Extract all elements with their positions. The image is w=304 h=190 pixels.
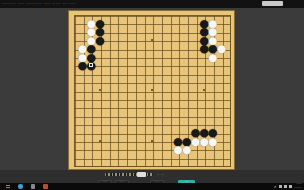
- titlebar-widget[interactable]: [262, 1, 283, 6]
- last-move-marker: [89, 63, 93, 67]
- hoshi-point: [148, 137, 157, 145]
- game-navigation-strip: ·· ··· ···· ···· ···· ···: [0, 170, 304, 183]
- hoshi-point: [95, 86, 104, 94]
- window-title: ········ ···· ········· ···· ····· ··· ·…: [2, 1, 76, 6]
- tray-clock[interactable]: ····· ·······: [294, 183, 302, 189]
- white-stone[interactable]: ●: [182, 145, 191, 153]
- tray-clock-date: ·······: [294, 187, 302, 190]
- black-stone[interactable]: ●: [95, 36, 104, 44]
- stone-grid: ●●●●●●●●●●●●●●●●●●●●●●●●●●●●●●●●: [69, 11, 234, 170]
- windows-start-icon[interactable]: [6, 185, 10, 189]
- hoshi-point: [148, 86, 157, 94]
- white-stone[interactable]: ●: [208, 137, 217, 145]
- move-counter: ·· ···: [157, 172, 165, 177]
- stone-glyph: ●: [208, 136, 217, 147]
- white-stone[interactable]: ●: [174, 145, 183, 153]
- hoshi-dot: [99, 140, 101, 142]
- stone-glyph: ●: [208, 52, 217, 63]
- move-slider-handle[interactable]: [137, 172, 146, 177]
- stone-glyph: ●: [95, 35, 104, 46]
- taskbar-app-icon-1[interactable]: [18, 184, 23, 189]
- go-board[interactable]: ●●●●●●●●●●●●●●●●●●●●●●●●●●●●●●●●: [68, 10, 235, 170]
- black-stone[interactable]: ●: [87, 61, 96, 69]
- tray-battery-icon[interactable]: [289, 185, 292, 188]
- hoshi-dot: [99, 89, 101, 91]
- tray-network-icon[interactable]: [279, 185, 282, 188]
- windows-taskbar: ∧ ····· ·······: [0, 183, 304, 190]
- hoshi-point: [95, 137, 104, 145]
- tray-volume-icon[interactable]: [284, 185, 287, 188]
- stone-glyph: ●: [217, 43, 226, 54]
- white-stone[interactable]: ●: [208, 53, 217, 61]
- go-app-window: ●●●●●●●●●●●●●●●●●●●●●●●●●●●●●●●● ·· ··· …: [0, 8, 304, 183]
- window-titlebar: ········ ···· ········· ···· ····· ··· ·…: [0, 0, 304, 8]
- hoshi-dot: [151, 89, 153, 91]
- hoshi-dot: [151, 140, 153, 142]
- stone-glyph: ●: [182, 144, 191, 155]
- system-tray: ∧ ····· ·······: [274, 183, 302, 190]
- white-stone[interactable]: ●: [217, 44, 226, 52]
- hoshi-dot: [203, 89, 205, 91]
- hoshi-dot: [151, 39, 153, 41]
- taskbar-app-icon-3[interactable]: [43, 184, 48, 189]
- hoshi-point: [148, 36, 157, 44]
- taskbar-app-icon-2[interactable]: [31, 184, 36, 189]
- tray-chevron-up-icon[interactable]: ∧: [274, 185, 277, 189]
- hoshi-point: [200, 86, 209, 94]
